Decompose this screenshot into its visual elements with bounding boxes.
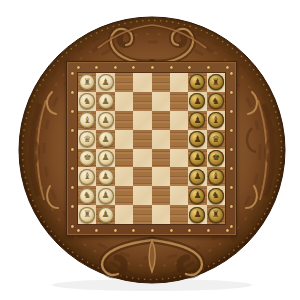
brass-stud [230,225,233,228]
square-r5c2[interactable]: ♟ [96,149,114,168]
square-r6c4[interactable] [133,167,151,186]
brass-stud [114,229,117,232]
black-piece-p[interactable]: ♟ [189,150,205,166]
brass-stud [71,110,74,113]
square-r8c7[interactable]: ♟ [188,205,206,224]
square-r2c2[interactable]: ♟ [96,92,114,111]
square-r7c8[interactable]: ♞ [207,186,225,205]
brass-stud [114,66,117,69]
square-r3c2[interactable]: ♟ [96,111,114,130]
brass-stud [71,186,74,189]
white-piece-q[interactable]: ♛ [79,131,95,147]
square-r7c3[interactable] [115,186,133,205]
square-r6c2[interactable]: ♟ [96,167,114,186]
square-r4c8[interactable]: ♛ [207,130,225,149]
white-piece-r[interactable]: ♜ [79,207,95,223]
square-r6c6[interactable] [170,167,188,186]
brass-stud [226,66,229,69]
brass-stud [132,229,135,232]
square-r8c3[interactable] [115,205,133,224]
brass-stud [71,225,74,228]
black-piece-r[interactable]: ♜ [208,207,224,223]
square-r3c4[interactable] [133,111,151,130]
square-r5c8[interactable]: ♚ [207,149,225,168]
brass-stud [230,110,233,113]
square-r7c2[interactable]: ♟ [96,186,114,205]
square-r6c1[interactable]: ♝ [78,167,96,186]
square-r4c6[interactable] [170,130,188,149]
brass-stud [95,66,98,69]
brass-stud [151,66,154,69]
white-piece-b[interactable]: ♝ [79,112,95,128]
black-piece-n[interactable]: ♞ [208,188,224,204]
square-r5c3[interactable] [115,149,133,168]
black-piece-k[interactable]: ♚ [208,150,224,166]
square-r7c1[interactable]: ♞ [78,186,96,205]
white-piece-n[interactable]: ♞ [79,93,95,109]
brass-stud [230,186,233,189]
white-piece-p[interactable]: ♟ [98,131,114,147]
square-r2c4[interactable] [133,92,151,111]
white-piece-k[interactable]: ♚ [79,150,95,166]
white-piece-p[interactable]: ♟ [98,207,114,223]
square-r6c5[interactable] [152,167,170,186]
black-piece-b[interactable]: ♝ [208,112,224,128]
white-piece-n[interactable]: ♞ [79,188,95,204]
brass-stud [71,72,74,75]
square-r3c5[interactable] [152,111,170,130]
chess-set-photo: ♜♟♟♜♞♟♟♞♝♟♟♝♛♟♟♛♚♟♟♚♝♟♟♝♞♟♟♞♜♟♟♜ [0,0,300,300]
square-r3c6[interactable] [170,111,188,130]
square-r5c5[interactable] [152,149,170,168]
square-r1c1[interactable]: ♜ [78,73,96,92]
white-piece-p[interactable]: ♟ [98,188,114,204]
brass-stud [71,167,74,170]
white-piece-p[interactable]: ♟ [98,74,114,90]
black-piece-p[interactable]: ♟ [189,188,205,204]
square-r2c6[interactable] [170,92,188,111]
square-r8c8[interactable]: ♜ [207,205,225,224]
brass-stud [170,66,173,69]
square-r2c5[interactable] [152,92,170,111]
square-r2c1[interactable]: ♞ [78,92,96,111]
white-piece-r[interactable]: ♜ [79,74,95,90]
square-r3c3[interactable] [115,111,133,130]
square-r1c2[interactable]: ♟ [96,73,114,92]
brass-stud [207,66,210,69]
square-r2c7[interactable]: ♟ [188,92,206,111]
square-r3c1[interactable]: ♝ [78,111,96,130]
square-r7c5[interactable] [152,186,170,205]
black-piece-b[interactable]: ♝ [208,169,224,185]
square-r4c1[interactable]: ♛ [78,130,96,149]
brass-stud [230,129,233,132]
square-r2c8[interactable]: ♞ [207,92,225,111]
brass-stud [95,229,98,232]
brass-stud [226,229,229,232]
brass-stud [230,148,233,151]
square-r3c7[interactable]: ♟ [188,111,206,130]
brass-stud [188,229,191,232]
white-piece-p[interactable]: ♟ [98,169,114,185]
square-r8c1[interactable]: ♜ [78,205,96,224]
board-frame: ♜♟♟♜♞♟♟♞♝♟♟♝♛♟♟♛♚♟♟♚♝♟♟♝♞♟♟♞♜♟♟♜ [66,61,237,236]
brass-stud [230,72,233,75]
white-piece-p[interactable]: ♟ [98,93,114,109]
black-piece-p[interactable]: ♟ [189,112,205,128]
black-piece-p[interactable]: ♟ [189,93,205,109]
square-r7c6[interactable] [170,186,188,205]
black-piece-p[interactable]: ♟ [189,169,205,185]
square-r1c6[interactable] [170,73,188,92]
square-r6c8[interactable]: ♝ [207,167,225,186]
brass-stud [151,229,154,232]
brass-stud [230,205,233,208]
square-r4c4[interactable] [133,130,151,149]
square-r7c4[interactable] [133,186,151,205]
square-r4c5[interactable] [152,130,170,149]
square-r2c3[interactable] [115,92,133,111]
square-r8c5[interactable] [152,205,170,224]
brass-stud [170,229,173,232]
square-r7c7[interactable]: ♟ [188,186,206,205]
black-piece-p[interactable]: ♟ [189,131,205,147]
brass-stud [188,66,191,69]
square-r4c2[interactable]: ♟ [96,130,114,149]
square-r3c8[interactable]: ♝ [207,111,225,130]
white-piece-p[interactable]: ♟ [98,150,114,166]
chess-board[interactable]: ♜♟♟♜♞♟♟♞♝♟♟♝♛♟♟♛♚♟♟♚♝♟♟♝♞♟♟♞♜♟♟♜ [78,73,225,224]
square-r1c4[interactable] [133,73,151,92]
square-r5c4[interactable] [133,149,151,168]
square-r4c3[interactable] [115,130,133,149]
brass-stud [230,167,233,170]
square-r6c3[interactable] [115,167,133,186]
brass-stud [71,129,74,132]
black-piece-p[interactable]: ♟ [189,74,205,90]
square-r5c1[interactable]: ♚ [78,149,96,168]
brass-stud [77,229,80,232]
square-r1c5[interactable] [152,73,170,92]
black-piece-q[interactable]: ♛ [208,131,224,147]
brass-stud [71,148,74,151]
square-r8c2[interactable]: ♟ [96,205,114,224]
square-r8c6[interactable] [170,205,188,224]
square-r1c7[interactable]: ♟ [188,73,206,92]
white-piece-p[interactable]: ♟ [98,112,114,128]
brass-stud [71,205,74,208]
square-r1c3[interactable] [115,73,133,92]
square-r5c6[interactable] [170,149,188,168]
square-r5c7[interactable]: ♟ [188,149,206,168]
square-r1c8[interactable]: ♜ [207,73,225,92]
brass-stud [77,66,80,69]
square-r6c7[interactable]: ♟ [188,167,206,186]
square-r8c4[interactable] [133,205,151,224]
black-piece-p[interactable]: ♟ [189,207,205,223]
brass-stud [132,66,135,69]
square-r4c7[interactable]: ♟ [188,130,206,149]
brass-stud [230,91,233,94]
black-piece-n[interactable]: ♞ [208,93,224,109]
brass-stud [207,229,210,232]
bottom-scroll-carving [102,240,202,278]
black-piece-r[interactable]: ♜ [208,74,224,90]
white-piece-b[interactable]: ♝ [79,169,95,185]
brass-stud [71,91,74,94]
